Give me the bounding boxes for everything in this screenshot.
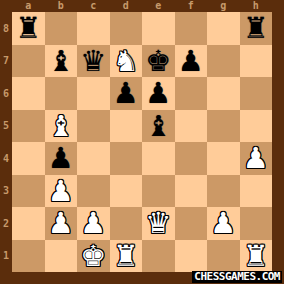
black-rook-piece: ♜: [15, 12, 41, 45]
rank-label-8: 8: [0, 12, 12, 45]
square-d5[interactable]: [110, 110, 143, 143]
square-a5[interactable]: [12, 110, 45, 143]
file-label-a: a: [12, 0, 45, 12]
square-d2[interactable]: [110, 207, 143, 240]
square-h1[interactable]: ♜: [240, 240, 273, 273]
square-f4[interactable]: [175, 142, 208, 175]
white-pawn-piece: ♟: [210, 207, 236, 240]
square-b1[interactable]: [45, 240, 78, 273]
square-e4[interactable]: [142, 142, 175, 175]
square-g5[interactable]: [207, 110, 240, 143]
square-g1[interactable]: [207, 240, 240, 273]
white-pawn-piece: ♟: [243, 142, 269, 175]
square-d1[interactable]: ♜: [110, 240, 143, 273]
white-knight-piece: ♞: [113, 45, 139, 78]
black-rook-piece: ♜: [243, 12, 269, 45]
file-label-e: e: [142, 0, 175, 12]
square-g7[interactable]: [207, 45, 240, 78]
square-c3[interactable]: [77, 175, 110, 208]
square-e1[interactable]: [142, 240, 175, 273]
square-f7[interactable]: ♟: [175, 45, 208, 78]
square-h4[interactable]: ♟: [240, 142, 273, 175]
square-a3[interactable]: [12, 175, 45, 208]
square-d6[interactable]: ♟: [110, 77, 143, 110]
square-h3[interactable]: [240, 175, 273, 208]
white-pawn-piece: ♟: [48, 207, 74, 240]
black-queen-piece: ♛: [80, 45, 106, 78]
square-h8[interactable]: ♜: [240, 12, 273, 45]
file-label-d: d: [110, 0, 143, 12]
white-pawn-piece: ♟: [48, 175, 74, 208]
square-c8[interactable]: [77, 12, 110, 45]
rank-label-6: 6: [0, 77, 12, 110]
black-pawn-piece: ♟: [113, 77, 139, 110]
square-d3[interactable]: [110, 175, 143, 208]
square-a8[interactable]: ♜: [12, 12, 45, 45]
square-e3[interactable]: [142, 175, 175, 208]
square-e6[interactable]: ♟: [142, 77, 175, 110]
white-queen-piece: ♛: [145, 207, 171, 240]
rank-label-1: 1: [0, 240, 12, 273]
square-a2[interactable]: [12, 207, 45, 240]
square-c4[interactable]: [77, 142, 110, 175]
black-bishop-piece: ♝: [145, 110, 171, 143]
square-g2[interactable]: ♟: [207, 207, 240, 240]
square-e2[interactable]: ♛: [142, 207, 175, 240]
square-b6[interactable]: [45, 77, 78, 110]
square-h2[interactable]: [240, 207, 273, 240]
square-f6[interactable]: [175, 77, 208, 110]
rank-label-2: 2: [0, 207, 12, 240]
square-a7[interactable]: [12, 45, 45, 78]
chess-board: ♜♜♝♛♞♚♟♟♟♝♝♟♟♟♟♟♛♟♚♜♜: [12, 12, 272, 272]
file-label-c: c: [77, 0, 110, 12]
black-pawn-piece: ♟: [178, 45, 204, 78]
square-b5[interactable]: ♝: [45, 110, 78, 143]
white-bishop-piece: ♝: [48, 110, 74, 143]
square-g6[interactable]: [207, 77, 240, 110]
black-bishop-piece: ♝: [48, 45, 74, 78]
square-c1[interactable]: ♚: [77, 240, 110, 273]
black-king-piece: ♚: [145, 45, 171, 78]
square-b7[interactable]: ♝: [45, 45, 78, 78]
square-c6[interactable]: [77, 77, 110, 110]
square-g4[interactable]: [207, 142, 240, 175]
square-h6[interactable]: [240, 77, 273, 110]
rank-label-5: 5: [0, 110, 12, 143]
rank-label-7: 7: [0, 45, 12, 78]
rank-label-3: 3: [0, 175, 12, 208]
square-g8[interactable]: [207, 12, 240, 45]
square-d8[interactable]: [110, 12, 143, 45]
chessgames-watermark: CHESSGAMES.COM: [192, 271, 282, 283]
square-c2[interactable]: ♟: [77, 207, 110, 240]
black-pawn-piece: ♟: [48, 142, 74, 175]
square-d4[interactable]: [110, 142, 143, 175]
square-f3[interactable]: [175, 175, 208, 208]
rank-labels: 87654321: [0, 12, 12, 272]
square-f1[interactable]: [175, 240, 208, 273]
square-b4[interactable]: ♟: [45, 142, 78, 175]
file-labels: abcdefgh: [12, 0, 272, 12]
file-label-b: b: [45, 0, 78, 12]
white-rook-piece: ♜: [243, 240, 269, 273]
square-a4[interactable]: [12, 142, 45, 175]
white-king-piece: ♚: [80, 240, 106, 273]
square-b3[interactable]: ♟: [45, 175, 78, 208]
white-pawn-piece: ♟: [80, 207, 106, 240]
square-a1[interactable]: [12, 240, 45, 273]
square-g3[interactable]: [207, 175, 240, 208]
square-a6[interactable]: [12, 77, 45, 110]
square-c7[interactable]: ♛: [77, 45, 110, 78]
file-label-f: f: [175, 0, 208, 12]
square-f8[interactable]: [175, 12, 208, 45]
file-label-h: h: [240, 0, 273, 12]
square-h7[interactable]: [240, 45, 273, 78]
square-f5[interactable]: [175, 110, 208, 143]
square-f2[interactable]: [175, 207, 208, 240]
square-b2[interactable]: ♟: [45, 207, 78, 240]
file-label-g: g: [207, 0, 240, 12]
square-h5[interactable]: [240, 110, 273, 143]
square-e5[interactable]: ♝: [142, 110, 175, 143]
square-e8[interactable]: [142, 12, 175, 45]
white-rook-piece: ♜: [113, 240, 139, 273]
black-pawn-piece: ♟: [145, 77, 171, 110]
square-d7[interactable]: ♞: [110, 45, 143, 78]
rank-label-4: 4: [0, 142, 12, 175]
square-e7[interactable]: ♚: [142, 45, 175, 78]
square-b8[interactable]: [45, 12, 78, 45]
square-c5[interactable]: [77, 110, 110, 143]
chessboard-frame: abcdefgh 87654321 ♜♜♝♛♞♚♟♟♟♝♝♟♟♟♟♟♛♟♚♜♜ …: [0, 0, 284, 284]
